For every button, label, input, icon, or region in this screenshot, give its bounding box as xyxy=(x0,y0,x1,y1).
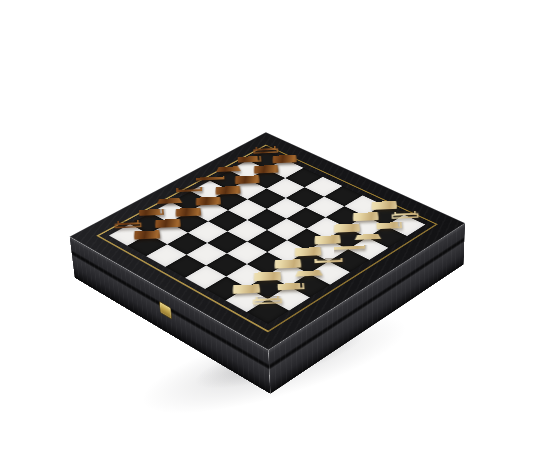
box-lid-top: ♜♞♝♛♚♝♞♜♟♟♟♟♟♟♟♟♟♟♟♟♟♟♟♟♜♞♝♛♚♝♞♜ xyxy=(70,132,466,350)
black-pawn-icon: ♟ xyxy=(126,193,167,247)
white-rook-icon: ♜ xyxy=(242,250,291,314)
scene-wrapper: ♜♞♝♛♚♝♞♜♟♟♟♟♟♟♟♟♟♟♟♟♟♟♟♟♜♞♝♛♚♝♞♜ xyxy=(0,0,550,450)
piece-black-pawn-a7: ♟ xyxy=(133,230,162,259)
brass-latch xyxy=(159,301,172,320)
product-photo: ♜♞♝♛♚♝♞♜♟♟♟♟♟♟♟♟♟♟♟♟♟♟♟♟♜♞♝♛♚♝♞♜ xyxy=(0,0,550,450)
chess-box: ♜♞♝♛♚♝♞♜♟♟♟♟♟♟♟♟♟♟♟♟♟♟♟♟♜♞♝♛♚♝♞♜ xyxy=(70,132,466,350)
piece-white-rook-a1: ♜ xyxy=(252,296,283,327)
